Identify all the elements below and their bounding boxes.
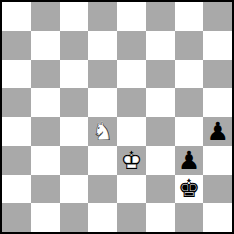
square-a5[interactable] <box>2 88 31 117</box>
square-b6[interactable] <box>31 60 60 89</box>
white-knight-icon: ♘ <box>88 117 117 146</box>
square-d1[interactable] <box>88 203 117 232</box>
square-d3[interactable] <box>88 146 117 175</box>
square-f4[interactable] <box>146 117 175 146</box>
square-b2[interactable] <box>31 175 60 204</box>
square-f2[interactable] <box>146 175 175 204</box>
square-a2[interactable] <box>2 175 31 204</box>
piece-white-knight[interactable]: ♞♘ <box>88 117 117 146</box>
square-f1[interactable] <box>146 203 175 232</box>
square-e3[interactable]: ♚♔ <box>117 146 146 175</box>
square-e8[interactable] <box>117 2 146 31</box>
square-c8[interactable] <box>60 2 89 31</box>
square-b8[interactable] <box>31 2 60 31</box>
square-e2[interactable] <box>117 175 146 204</box>
square-b4[interactable] <box>31 117 60 146</box>
square-h5[interactable] <box>203 88 232 117</box>
square-f5[interactable] <box>146 88 175 117</box>
square-d2[interactable] <box>88 175 117 204</box>
square-a4[interactable] <box>2 117 31 146</box>
square-a1[interactable] <box>2 203 31 232</box>
square-g2[interactable]: ♚ <box>175 175 204 204</box>
square-f3[interactable] <box>146 146 175 175</box>
square-b5[interactable] <box>31 88 60 117</box>
square-f8[interactable] <box>146 2 175 31</box>
square-h7[interactable] <box>203 31 232 60</box>
square-d7[interactable] <box>88 31 117 60</box>
square-a3[interactable] <box>2 146 31 175</box>
piece-white-king[interactable]: ♚♔ <box>117 146 146 175</box>
square-h4[interactable]: ♟ <box>203 117 232 146</box>
white-king-icon: ♔ <box>117 146 146 175</box>
square-g8[interactable] <box>175 2 204 31</box>
square-d8[interactable] <box>88 2 117 31</box>
square-c6[interactable] <box>60 60 89 89</box>
piece-black-king[interactable]: ♚ <box>175 175 204 204</box>
square-e4[interactable] <box>117 117 146 146</box>
square-h6[interactable] <box>203 60 232 89</box>
square-c4[interactable] <box>60 117 89 146</box>
square-a6[interactable] <box>2 60 31 89</box>
square-b7[interactable] <box>31 31 60 60</box>
square-d5[interactable] <box>88 88 117 117</box>
chess-board: ♞♘♟♚♔♟♚ <box>0 0 234 234</box>
square-e1[interactable] <box>117 203 146 232</box>
square-d6[interactable] <box>88 60 117 89</box>
square-a7[interactable] <box>2 31 31 60</box>
square-a8[interactable] <box>2 2 31 31</box>
piece-black-pawn[interactable]: ♟ <box>203 117 232 146</box>
square-d4[interactable]: ♞♘ <box>88 117 117 146</box>
square-h8[interactable] <box>203 2 232 31</box>
square-h3[interactable] <box>203 146 232 175</box>
square-b1[interactable] <box>31 203 60 232</box>
square-g5[interactable] <box>175 88 204 117</box>
square-b3[interactable] <box>31 146 60 175</box>
square-g6[interactable] <box>175 60 204 89</box>
square-c2[interactable] <box>60 175 89 204</box>
square-e7[interactable] <box>117 31 146 60</box>
square-g4[interactable] <box>175 117 204 146</box>
piece-black-pawn[interactable]: ♟ <box>175 146 204 175</box>
square-c1[interactable] <box>60 203 89 232</box>
square-e5[interactable] <box>117 88 146 117</box>
square-g1[interactable] <box>175 203 204 232</box>
square-h2[interactable] <box>203 175 232 204</box>
square-e6[interactable] <box>117 60 146 89</box>
square-g7[interactable] <box>175 31 204 60</box>
square-f6[interactable] <box>146 60 175 89</box>
square-g3[interactable]: ♟ <box>175 146 204 175</box>
square-f7[interactable] <box>146 31 175 60</box>
square-c7[interactable] <box>60 31 89 60</box>
square-c3[interactable] <box>60 146 89 175</box>
square-h1[interactable] <box>203 203 232 232</box>
square-c5[interactable] <box>60 88 89 117</box>
